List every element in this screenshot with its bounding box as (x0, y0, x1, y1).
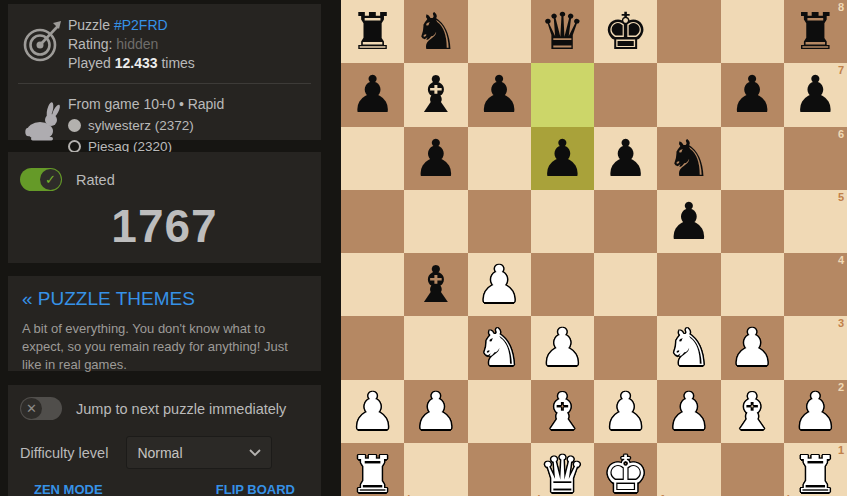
square-h5[interactable]: 5 (784, 190, 847, 253)
puzzle-title-line: Puzzle #P2FRD (68, 16, 195, 35)
square-b8[interactable]: ♞ (404, 0, 467, 63)
rank-label-6: 6 (838, 128, 844, 140)
square-g4[interactable] (721, 253, 784, 316)
rank-label-4: 4 (838, 254, 844, 266)
flip-board-link[interactable]: FLIP BOARD (216, 482, 295, 496)
square-c5[interactable] (468, 190, 531, 253)
square-f5[interactable]: ♟ (657, 190, 720, 253)
square-f2[interactable]: ♟ (657, 380, 720, 443)
square-d1[interactable]: ♛d (531, 443, 594, 496)
square-a4[interactable] (341, 253, 404, 316)
themes-panel: « PUZZLE THEMES A bit of everything. You… (8, 276, 321, 371)
piece-black-bishop[interactable]: ♝ (404, 63, 467, 126)
puzzle-sidebar: Puzzle #P2FRD Rating: hidden Played 12.4… (0, 0, 341, 496)
square-d5[interactable] (531, 190, 594, 253)
piece-black-pawn[interactable]: ♟ (657, 190, 720, 253)
square-a3[interactable] (341, 316, 404, 379)
square-e5[interactable] (594, 190, 657, 253)
square-g1[interactable]: g (721, 443, 784, 496)
square-d3[interactable]: ♟ (531, 316, 594, 379)
puzzle-rating-line: Rating: hidden (68, 35, 195, 54)
player-white-row[interactable]: sylwesterz (2372) (68, 115, 224, 136)
square-a6[interactable] (341, 127, 404, 190)
square-e7[interactable] (594, 63, 657, 126)
puzzle-themes-link[interactable]: « PUZZLE THEMES (22, 288, 307, 310)
square-a8[interactable]: ♜ (341, 0, 404, 63)
x-icon: ✕ (21, 398, 42, 419)
difficulty-select[interactable]: Normal (126, 436, 272, 469)
square-g8[interactable] (721, 0, 784, 63)
rank-label-5: 5 (838, 191, 844, 203)
square-b1[interactable]: b (404, 443, 467, 496)
square-e8[interactable]: ♚ (594, 0, 657, 63)
piece-white-pawn[interactable]: ♟ (721, 316, 784, 379)
piece-black-pawn[interactable]: ♟ (784, 63, 847, 126)
played-count: 12.433 (115, 55, 158, 71)
square-g2[interactable]: ♝ (721, 380, 784, 443)
square-h2[interactable]: ♟2 (784, 380, 847, 443)
piece-black-pawn[interactable]: ♟ (594, 127, 657, 190)
piece-black-pawn[interactable]: ♟ (468, 63, 531, 126)
chevron-down-icon (249, 449, 261, 457)
square-d6[interactable]: ♟ (531, 127, 594, 190)
chess-board[interactable]: ♜♞♛♚♜8♟♝♟♟♟7♟♟♟♞6♟5♝♟4♞♟♞♟3♟♟♝♟♟♝♟2♜abc♛… (341, 0, 847, 496)
square-h1[interactable]: ♜1h (784, 443, 847, 496)
check-icon: ✓ (40, 169, 61, 190)
square-c3[interactable]: ♞ (468, 316, 531, 379)
square-e3[interactable] (594, 316, 657, 379)
square-g5[interactable] (721, 190, 784, 253)
from-game-line: From game 10+0 • Rapid (68, 94, 224, 115)
piece-black-rook[interactable]: ♜ (784, 0, 847, 63)
jump-next-toggle[interactable]: ✕ (20, 397, 62, 420)
square-d7[interactable] (531, 63, 594, 126)
settings-panel: ✕ Jump to next puzzle immediately Diffic… (8, 385, 321, 496)
square-a5[interactable] (341, 190, 404, 253)
user-puzzle-rating: 1767 (8, 199, 321, 253)
piece-black-pawn[interactable]: ♟ (404, 127, 467, 190)
piece-white-pawn[interactable]: ♟ (404, 380, 467, 443)
square-g6[interactable] (721, 127, 784, 190)
piece-black-pawn[interactable]: ♟ (721, 63, 784, 126)
square-h3[interactable]: 3 (784, 316, 847, 379)
piece-white-knight[interactable]: ♞ (657, 316, 720, 379)
square-f7[interactable] (657, 63, 720, 126)
square-h4[interactable]: 4 (784, 253, 847, 316)
rapid-rabbit-icon (18, 94, 68, 142)
square-h7[interactable]: ♟7 (784, 63, 847, 126)
square-d2[interactable]: ♝ (531, 380, 594, 443)
piece-black-rook[interactable]: ♜ (341, 0, 404, 63)
difficulty-label: Difficulty level (20, 445, 108, 461)
white-player-name[interactable]: sylwesterz (2372) (88, 115, 194, 136)
square-g7[interactable]: ♟ (721, 63, 784, 126)
square-b2[interactable]: ♟ (404, 380, 467, 443)
square-c6[interactable] (468, 127, 531, 190)
piece-white-bishop[interactable]: ♝ (531, 380, 594, 443)
piece-black-bishop[interactable]: ♝ (404, 253, 467, 316)
white-player-disc-icon (68, 119, 81, 132)
piece-white-pawn[interactable]: ♟ (531, 316, 594, 379)
piece-black-pawn[interactable]: ♟ (341, 63, 404, 126)
piece-white-pawn[interactable]: ♟ (341, 380, 404, 443)
square-a2[interactable]: ♟ (341, 380, 404, 443)
square-b5[interactable] (404, 190, 467, 253)
rating-label: Rating: (68, 36, 116, 52)
square-f8[interactable] (657, 0, 720, 63)
rated-label: Rated (76, 172, 115, 188)
square-c4[interactable]: ♟ (468, 253, 531, 316)
square-b6[interactable]: ♟ (404, 127, 467, 190)
square-f3[interactable]: ♞ (657, 316, 720, 379)
target-icon (18, 16, 68, 64)
zen-mode-link[interactable]: ZEN MODE (34, 482, 103, 496)
square-g3[interactable]: ♟ (721, 316, 784, 379)
piece-white-pawn[interactable]: ♟ (468, 253, 531, 316)
difficulty-value: Normal (137, 445, 182, 461)
square-c8[interactable] (468, 0, 531, 63)
puzzle-label: Puzzle (68, 17, 114, 33)
square-b3[interactable] (404, 316, 467, 379)
piece-black-knight[interactable]: ♞ (657, 127, 720, 190)
rated-toggle[interactable]: ✓ (20, 168, 62, 191)
square-e2[interactable]: ♟ (594, 380, 657, 443)
piece-white-king[interactable]: ♚ (594, 443, 657, 496)
square-e4[interactable] (594, 253, 657, 316)
square-a7[interactable]: ♟ (341, 63, 404, 126)
rating-panel: ✓ Rated 1767 (8, 152, 321, 263)
played-label: Played (68, 55, 115, 71)
square-f4[interactable] (657, 253, 720, 316)
square-f6[interactable]: ♞ (657, 127, 720, 190)
piece-white-queen[interactable]: ♛ (531, 443, 594, 496)
rating-hidden-value: hidden (116, 36, 158, 52)
piece-white-pawn[interactable]: ♟ (657, 380, 720, 443)
square-e1[interactable]: ♚e (594, 443, 657, 496)
square-b7[interactable]: ♝ (404, 63, 467, 126)
piece-white-knight[interactable]: ♞ (468, 316, 531, 379)
square-h8[interactable]: ♜8 (784, 0, 847, 63)
square-c7[interactable]: ♟ (468, 63, 531, 126)
jump-next-label: Jump to next puzzle immediately (76, 401, 286, 417)
themes-description: A bit of everything. You don't know what… (22, 320, 307, 374)
piece-black-king[interactable]: ♚ (594, 0, 657, 63)
piece-white-bishop[interactable]: ♝ (721, 380, 784, 443)
piece-black-pawn[interactable]: ♟ (531, 127, 594, 190)
rank-label-3: 3 (838, 317, 844, 329)
panel-divider (18, 83, 311, 84)
square-a1[interactable]: ♜a (341, 443, 404, 496)
square-h6[interactable]: 6 (784, 127, 847, 190)
puzzle-id-link[interactable]: #P2FRD (114, 17, 168, 33)
played-suffix: times (158, 55, 195, 71)
piece-black-queen[interactable]: ♛ (531, 0, 594, 63)
square-d8[interactable]: ♛ (531, 0, 594, 63)
square-f1[interactable]: f (657, 443, 720, 496)
square-e6[interactable]: ♟ (594, 127, 657, 190)
square-b4[interactable]: ♝ (404, 253, 467, 316)
piece-white-rook[interactable]: ♜ (341, 443, 404, 496)
piece-white-pawn[interactable]: ♟ (784, 380, 847, 443)
square-c2[interactable] (468, 380, 531, 443)
square-c1[interactable]: c (468, 443, 531, 496)
square-d4[interactable] (531, 253, 594, 316)
puzzle-info-panel: Puzzle #P2FRD Rating: hidden Played 12.4… (8, 4, 321, 140)
piece-black-knight[interactable]: ♞ (404, 0, 467, 63)
piece-white-pawn[interactable]: ♟ (594, 380, 657, 443)
piece-white-rook[interactable]: ♜ (784, 443, 847, 496)
puzzle-played-line: Played 12.433 times (68, 54, 195, 73)
